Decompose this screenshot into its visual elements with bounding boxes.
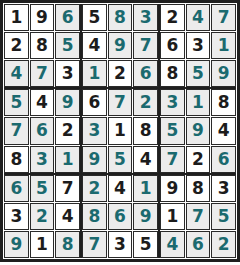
cell-r8c2[interactable]: 2	[30, 203, 55, 230]
box-2: 583497126	[82, 4, 158, 87]
cell-r5c2[interactable]: 6	[30, 117, 55, 144]
cell-r9c5[interactable]: 3	[108, 231, 133, 258]
cell-r4c9[interactable]: 8	[211, 89, 236, 116]
cell-r3c3[interactable]: 3	[55, 60, 80, 87]
cell-r9c6[interactable]: 5	[133, 231, 158, 258]
cell-r6c6[interactable]: 4	[133, 146, 158, 173]
cell-r9c4[interactable]: 7	[82, 231, 107, 258]
cell-r8c3[interactable]: 4	[55, 203, 80, 230]
sudoku-boxes: 1962854735834971262476318595497628316723…	[4, 4, 236, 258]
cell-r5c5[interactable]: 1	[108, 117, 133, 144]
box-4: 549762831	[4, 89, 80, 172]
cell-r7c1[interactable]: 6	[4, 175, 29, 202]
cell-r4c8[interactable]: 1	[186, 89, 211, 116]
cell-r5c7[interactable]: 5	[160, 117, 185, 144]
cell-r5c3[interactable]: 2	[55, 117, 80, 144]
cell-r9c2[interactable]: 1	[30, 231, 55, 258]
cell-r1c3[interactable]: 6	[55, 4, 80, 31]
cell-r2c3[interactable]: 5	[55, 32, 80, 59]
cell-r4c4[interactable]: 6	[82, 89, 107, 116]
cell-r8c1[interactable]: 3	[4, 203, 29, 230]
cell-r4c7[interactable]: 3	[160, 89, 185, 116]
cell-r5c6[interactable]: 8	[133, 117, 158, 144]
box-6: 318594726	[160, 89, 236, 172]
cell-r4c6[interactable]: 2	[133, 89, 158, 116]
cell-r7c2[interactable]: 5	[30, 175, 55, 202]
cell-r7c7[interactable]: 9	[160, 175, 185, 202]
cell-r9c7[interactable]: 4	[160, 231, 185, 258]
cell-r9c9[interactable]: 2	[211, 231, 236, 258]
cell-r6c9[interactable]: 6	[211, 146, 236, 173]
cell-r6c4[interactable]: 9	[82, 146, 107, 173]
cell-r1c6[interactable]: 3	[133, 4, 158, 31]
box-5: 672318954	[82, 89, 158, 172]
cell-r3c8[interactable]: 5	[186, 60, 211, 87]
cell-r9c1[interactable]: 9	[4, 231, 29, 258]
cell-r4c5[interactable]: 7	[108, 89, 133, 116]
cell-r2c1[interactable]: 2	[4, 32, 29, 59]
cell-r2c4[interactable]: 4	[82, 32, 107, 59]
cell-r2c9[interactable]: 1	[211, 32, 236, 59]
cell-r8c6[interactable]: 9	[133, 203, 158, 230]
sudoku-board: 1962854735834971262476318595497628316723…	[0, 0, 240, 262]
cell-r3c5[interactable]: 2	[108, 60, 133, 87]
cell-r7c6[interactable]: 1	[133, 175, 158, 202]
cell-r9c3[interactable]: 8	[55, 231, 80, 258]
cell-r2c8[interactable]: 3	[186, 32, 211, 59]
cell-r7c9[interactable]: 3	[211, 175, 236, 202]
cell-r1c1[interactable]: 1	[4, 4, 29, 31]
box-9: 983175462	[160, 175, 236, 258]
cell-r3c7[interactable]: 8	[160, 60, 185, 87]
cell-r6c7[interactable]: 7	[160, 146, 185, 173]
cell-r6c5[interactable]: 5	[108, 146, 133, 173]
cell-r5c1[interactable]: 7	[4, 117, 29, 144]
box-1: 196285473	[4, 4, 80, 87]
cell-r5c9[interactable]: 4	[211, 117, 236, 144]
cell-r7c3[interactable]: 7	[55, 175, 80, 202]
cell-r3c4[interactable]: 1	[82, 60, 107, 87]
box-7: 657324918	[4, 175, 80, 258]
cell-r3c2[interactable]: 7	[30, 60, 55, 87]
cell-r8c5[interactable]: 6	[108, 203, 133, 230]
cell-r8c7[interactable]: 1	[160, 203, 185, 230]
cell-r2c6[interactable]: 7	[133, 32, 158, 59]
box-3: 247631859	[160, 4, 236, 87]
cell-r7c4[interactable]: 2	[82, 175, 107, 202]
cell-r3c1[interactable]: 4	[4, 60, 29, 87]
cell-r1c2[interactable]: 9	[30, 4, 55, 31]
cell-r1c5[interactable]: 8	[108, 4, 133, 31]
cell-r4c1[interactable]: 5	[4, 89, 29, 116]
cell-r2c2[interactable]: 8	[30, 32, 55, 59]
cell-r1c9[interactable]: 7	[211, 4, 236, 31]
cell-r2c5[interactable]: 9	[108, 32, 133, 59]
cell-r5c4[interactable]: 3	[82, 117, 107, 144]
cell-r5c8[interactable]: 9	[186, 117, 211, 144]
cell-r4c3[interactable]: 9	[55, 89, 80, 116]
cell-r9c8[interactable]: 6	[186, 231, 211, 258]
cell-r1c4[interactable]: 5	[82, 4, 107, 31]
cell-r6c3[interactable]: 1	[55, 146, 80, 173]
cell-r1c7[interactable]: 2	[160, 4, 185, 31]
box-8: 241869735	[82, 175, 158, 258]
cell-r4c2[interactable]: 4	[30, 89, 55, 116]
cell-r8c9[interactable]: 5	[211, 203, 236, 230]
cell-r2c7[interactable]: 6	[160, 32, 185, 59]
cell-r3c6[interactable]: 6	[133, 60, 158, 87]
cell-r8c8[interactable]: 7	[186, 203, 211, 230]
cell-r7c5[interactable]: 4	[108, 175, 133, 202]
cell-r1c8[interactable]: 4	[186, 4, 211, 31]
cell-r7c8[interactable]: 8	[186, 175, 211, 202]
cell-r6c8[interactable]: 2	[186, 146, 211, 173]
cell-r6c2[interactable]: 3	[30, 146, 55, 173]
cell-r3c9[interactable]: 9	[211, 60, 236, 87]
cell-r6c1[interactable]: 8	[4, 146, 29, 173]
cell-r8c4[interactable]: 8	[82, 203, 107, 230]
